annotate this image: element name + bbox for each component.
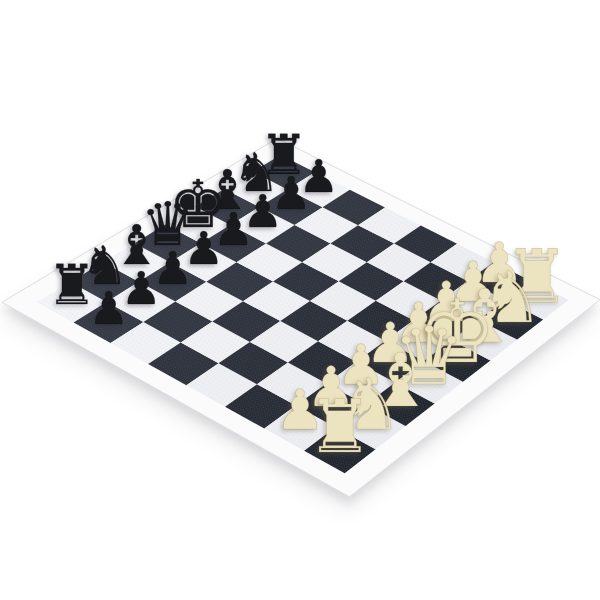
piece-white-rook-a1[interactable]: ♜ [307,390,373,464]
piece-black-pawn-a7[interactable]: ♟ [88,286,128,331]
chess-set-photo: ♜♞♟♝♟♚♟♛♟♟♝♟♟♞♜♟♟♜♞♟♟♝♟♚♟♛♟♝♟♞♟♜ [0,0,600,600]
pieces-layer: ♜♞♟♝♟♚♟♛♟♟♝♟♟♞♜♟♟♜♞♟♟♝♟♚♟♛♟♝♟♞♟♜ [0,0,600,600]
